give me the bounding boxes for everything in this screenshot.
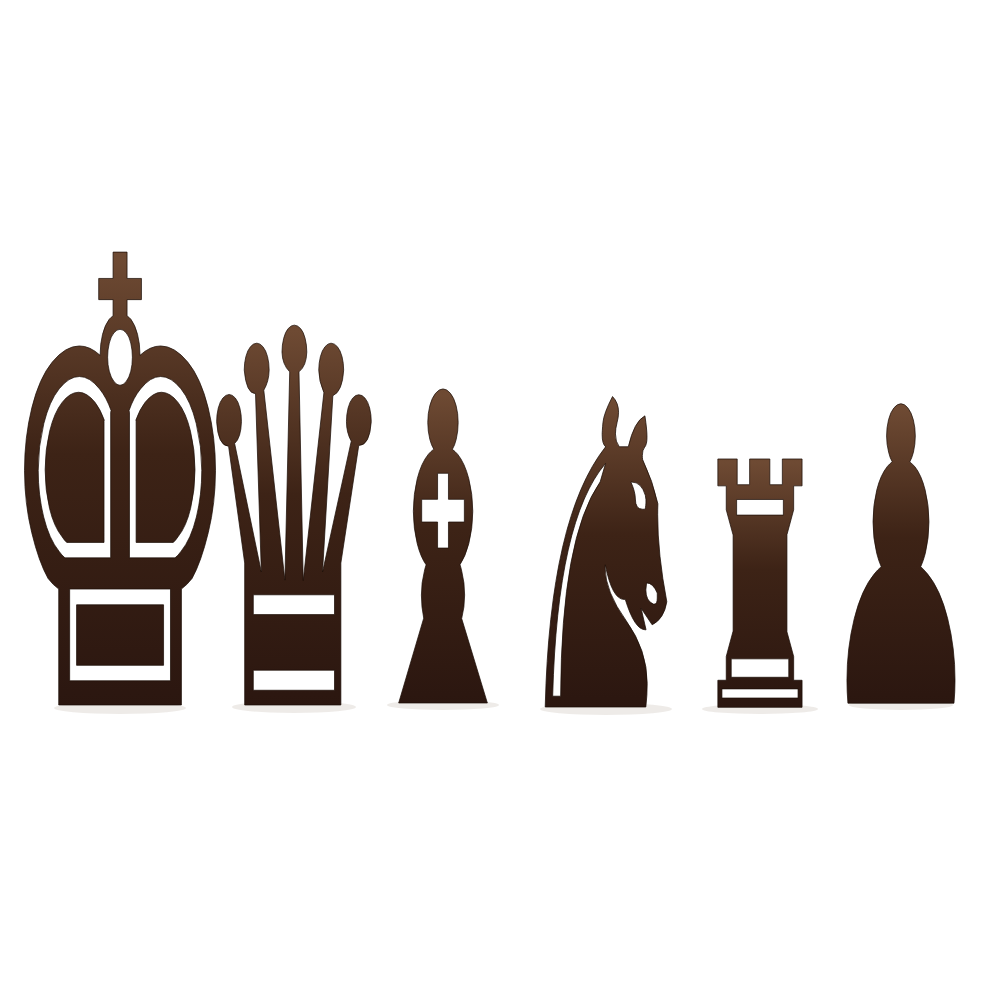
- rook-piece: ♜: [693, 391, 827, 787]
- product-photo-canvas: ♚ ♛ ♝ ♞ ♜ ♟: [0, 0, 1000, 1000]
- bishop-piece: ♝: [358, 304, 528, 804]
- chess-pieces-photo: ♚ ♛ ♝ ♞ ♜ ♟: [0, 0, 1000, 1000]
- piece-row: ♚ ♛ ♝ ♞ ♜ ♟: [0, 129, 982, 851]
- pawn-piece: ♟: [820, 322, 982, 800]
- knight-piece: ♞: [511, 312, 702, 807]
